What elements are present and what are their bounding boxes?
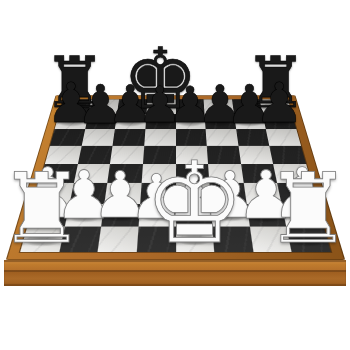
piece-white-rook[interactable]: ♜ <box>265 160 350 257</box>
piece-black-pawn[interactable]: ♟ <box>254 76 303 131</box>
piece-white-king[interactable]: ♚ <box>144 147 245 260</box>
scene: ♜♚♜♟♟♟♟♟♟♟♟♟♟♟♟♟♟♟♟♜♚♜ <box>0 0 350 350</box>
piece-white-rook[interactable]: ♜ <box>0 160 85 257</box>
pieces-layer: ♜♚♜♟♟♟♟♟♟♟♟♟♟♟♟♟♟♟♟♜♚♜ <box>0 0 350 350</box>
